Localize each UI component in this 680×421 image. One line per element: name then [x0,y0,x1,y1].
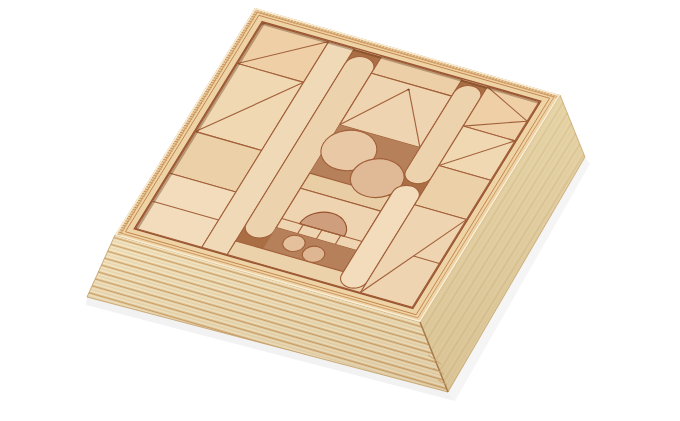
product-photo [0,0,680,421]
block-set-illustration [0,0,680,421]
